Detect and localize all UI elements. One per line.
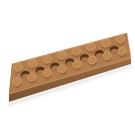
lego-technic-plate-2x8-render: [0, 0, 135, 135]
product-image: [0, 0, 135, 135]
